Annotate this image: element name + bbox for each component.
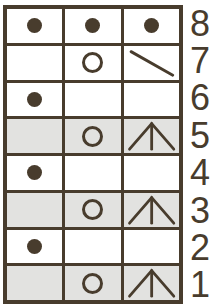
- cell-r4-c1: [7, 156, 62, 190]
- yarn-over-icon: [82, 273, 103, 294]
- row-number-6: 6: [184, 80, 216, 117]
- row-number-4: 4: [184, 155, 216, 192]
- yarn-over-icon: [82, 199, 103, 220]
- cell-r3-c2: [65, 193, 120, 227]
- cell-r6-c3: [124, 83, 179, 117]
- cell-r1-c3: [124, 266, 179, 300]
- yarn-over-icon: [82, 126, 103, 147]
- cell-r1-c2: [65, 266, 120, 300]
- row-number-5: 5: [184, 117, 216, 154]
- cell-r3-c3: [124, 193, 179, 227]
- purl-dot-icon: [144, 18, 159, 33]
- cell-r8-c3: [124, 9, 179, 43]
- cell-r2-c2: [65, 230, 120, 264]
- purl-dot-icon: [27, 18, 42, 33]
- cell-r2-c3: [124, 230, 179, 264]
- cell-r4-c2: [65, 156, 120, 190]
- knitting-chart: 87654321: [0, 0, 216, 306]
- purl-dot-icon: [27, 165, 42, 180]
- purl-dot-icon: [27, 239, 42, 254]
- cell-r5-c3: [124, 119, 179, 153]
- cell-r7-c2: [65, 46, 120, 80]
- cell-r4-c3: [124, 156, 179, 190]
- left-decrease-icon: [124, 46, 179, 80]
- cell-r1-c1: [7, 266, 62, 300]
- cell-r8-c1: [7, 9, 62, 43]
- row-numbers: 87654321: [184, 5, 216, 304]
- row-number-1: 1: [184, 267, 216, 304]
- row-number-3: 3: [184, 192, 216, 229]
- cell-r6-c2: [65, 83, 120, 117]
- cell-r8-c2: [65, 9, 120, 43]
- yarn-over-icon: [82, 52, 103, 73]
- purl-dot-icon: [85, 18, 100, 33]
- cell-r7-c3: [124, 46, 179, 80]
- purl-dot-icon: [27, 92, 42, 107]
- row-number-8: 8: [184, 5, 216, 42]
- cell-r5-c1: [7, 119, 62, 153]
- double-decrease-icon: [124, 266, 179, 300]
- row-number-2: 2: [184, 229, 216, 266]
- cell-r5-c2: [65, 119, 120, 153]
- cell-r3-c1: [7, 193, 62, 227]
- cell-r7-c1: [7, 46, 62, 80]
- double-decrease-icon: [124, 119, 179, 153]
- double-decrease-icon: [124, 193, 179, 227]
- chart-grid: [3, 5, 183, 304]
- cell-r6-c1: [7, 83, 62, 117]
- cell-r2-c1: [7, 230, 62, 264]
- row-number-7: 7: [184, 42, 216, 79]
